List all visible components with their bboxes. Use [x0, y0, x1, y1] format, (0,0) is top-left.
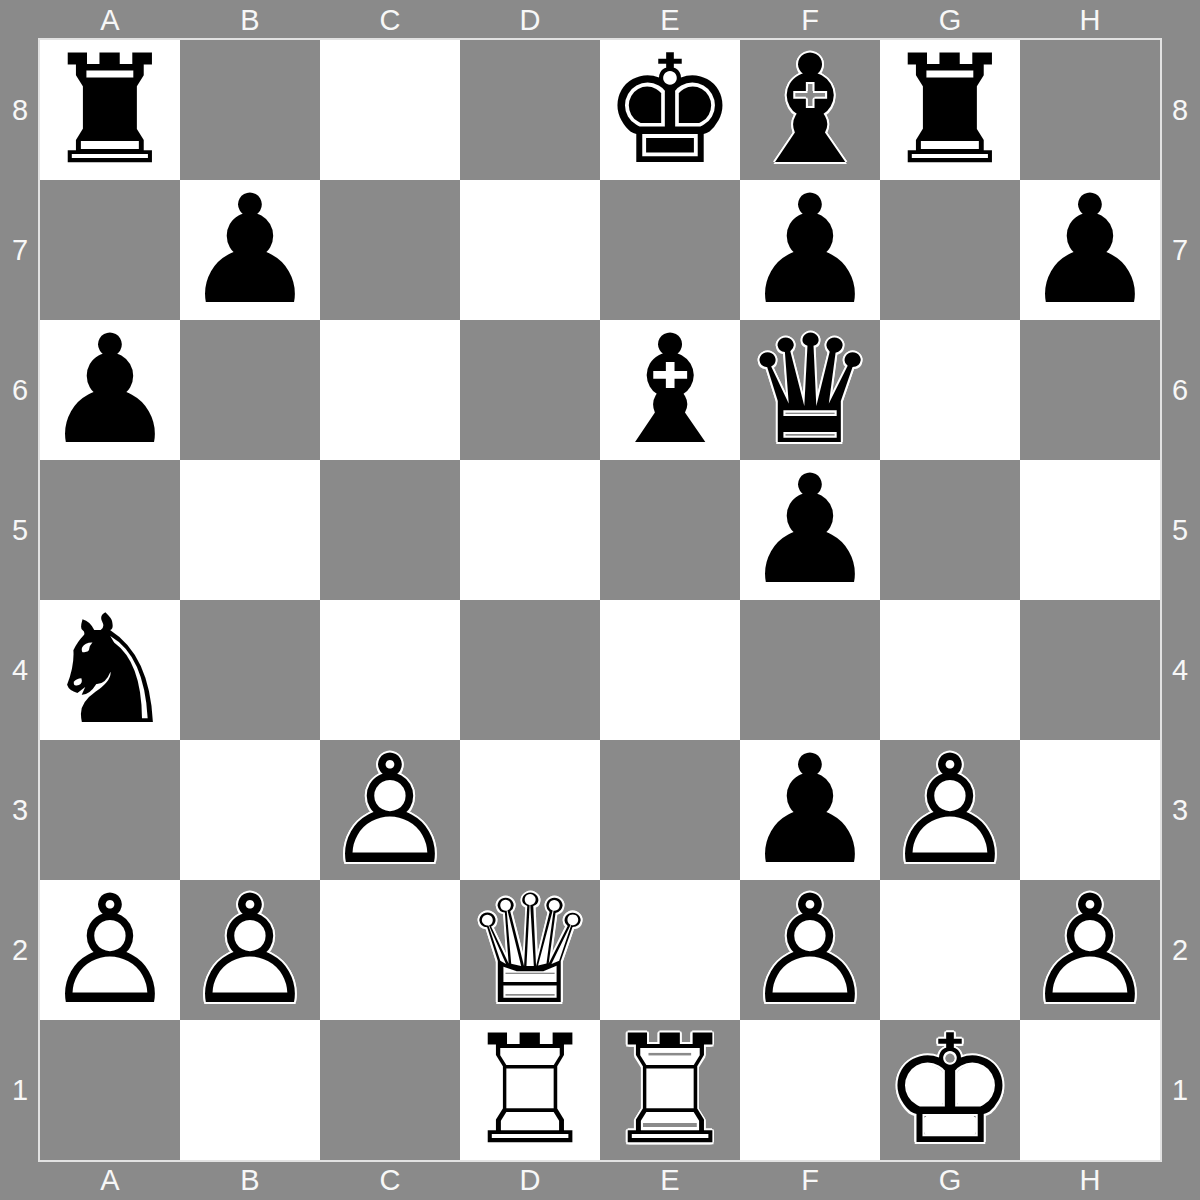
- piece-glyph: ♟: [740, 460, 880, 600]
- piece-glyph: ♙: [180, 880, 320, 1020]
- square-c8[interactable]: [320, 40, 460, 180]
- square-d1[interactable]: ♜♖: [460, 1020, 600, 1160]
- square-b8[interactable]: [180, 40, 320, 180]
- rank-label-5: 5: [1160, 460, 1200, 600]
- square-a4[interactable]: ♞♞: [40, 600, 180, 740]
- square-a8[interactable]: ♜♜: [40, 40, 180, 180]
- piece-black-pawn[interactable]: ♟♟: [740, 740, 880, 880]
- piece-glyph: ♙: [740, 880, 880, 1020]
- square-g6[interactable]: [880, 320, 1020, 460]
- square-d2[interactable]: ♛♕: [460, 880, 600, 1020]
- piece-glyph: ♝: [600, 320, 740, 460]
- square-d3[interactable]: [460, 740, 600, 880]
- square-c1[interactable]: [320, 1020, 460, 1160]
- square-c6[interactable]: [320, 320, 460, 460]
- square-a6[interactable]: ♟♟: [40, 320, 180, 460]
- rank-label-2: 2: [1160, 880, 1200, 1020]
- square-h1[interactable]: [1020, 1020, 1160, 1160]
- rank-label-7: 7: [1160, 180, 1200, 320]
- square-a2[interactable]: ♟♙: [40, 880, 180, 1020]
- file-label-h: H: [1020, 1160, 1160, 1200]
- square-h5[interactable]: [1020, 460, 1160, 600]
- rank-label-5: 5: [0, 460, 40, 600]
- square-f5[interactable]: ♟♟: [740, 460, 880, 600]
- square-c3[interactable]: ♟♙: [320, 740, 460, 880]
- piece-glyph: ♔: [880, 1020, 1020, 1160]
- frame-corner: [0, 1160, 40, 1200]
- file-label-h: H: [1020, 0, 1160, 40]
- piece-black-pawn[interactable]: ♟♟: [740, 460, 880, 600]
- square-g5[interactable]: [880, 460, 1020, 600]
- piece-black-pawn[interactable]: ♟♟: [740, 180, 880, 320]
- piece-glyph: ♙: [1020, 880, 1160, 1020]
- square-b2[interactable]: ♟♙: [180, 880, 320, 1020]
- square-h2[interactable]: ♟♙: [1020, 880, 1160, 1020]
- piece-glyph: ♖: [460, 1020, 600, 1160]
- chess-board: ABCDEFGH8♜♜♚♚♝♝♜♜87♟♟♟♟♟♟76♟♟♝♝♛♛65♟♟54♞…: [0, 0, 1200, 1200]
- piece-black-rook[interactable]: ♜♜: [880, 40, 1020, 180]
- rank-label-8: 8: [0, 40, 40, 180]
- square-g3[interactable]: ♟♙: [880, 740, 1020, 880]
- rank-label-6: 6: [0, 320, 40, 460]
- piece-glyph: ♛: [740, 320, 880, 460]
- piece-glyph: ♟: [40, 320, 180, 460]
- square-e4[interactable]: [600, 600, 740, 740]
- piece-black-bishop[interactable]: ♝♝: [740, 40, 880, 180]
- square-f4[interactable]: [740, 600, 880, 740]
- square-c7[interactable]: [320, 180, 460, 320]
- piece-black-bishop[interactable]: ♝♝: [600, 320, 740, 460]
- square-e2[interactable]: [600, 880, 740, 1020]
- frame-corner: [0, 0, 40, 40]
- square-f2[interactable]: ♟♙: [740, 880, 880, 1020]
- piece-white-pawn[interactable]: ♟♙: [180, 880, 320, 1020]
- square-d4[interactable]: [460, 600, 600, 740]
- square-h8[interactable]: [1020, 40, 1160, 180]
- square-b4[interactable]: [180, 600, 320, 740]
- square-d6[interactable]: [460, 320, 600, 460]
- piece-white-pawn[interactable]: ♟♙: [740, 880, 880, 1020]
- square-g2[interactable]: [880, 880, 1020, 1020]
- piece-white-rook[interactable]: ♜♖: [460, 1020, 600, 1160]
- piece-glyph: ♜: [880, 40, 1020, 180]
- piece-glyph: ♙: [320, 740, 460, 880]
- rank-label-3: 3: [1160, 740, 1200, 880]
- square-g4[interactable]: [880, 600, 1020, 740]
- rank-label-7: 7: [0, 180, 40, 320]
- rank-label-6: 6: [1160, 320, 1200, 460]
- piece-black-queen[interactable]: ♛♛: [740, 320, 880, 460]
- file-label-c: C: [320, 1160, 460, 1200]
- square-g1[interactable]: ♚♔: [880, 1020, 1020, 1160]
- file-label-c: C: [320, 0, 460, 40]
- piece-glyph: ♟: [1020, 180, 1160, 320]
- rank-label-4: 4: [0, 600, 40, 740]
- piece-glyph: ♚: [600, 40, 740, 180]
- square-d8[interactable]: [460, 40, 600, 180]
- square-b7[interactable]: ♟♟: [180, 180, 320, 320]
- square-f7[interactable]: ♟♟: [740, 180, 880, 320]
- square-b6[interactable]: [180, 320, 320, 460]
- frame-corner: [1160, 1160, 1200, 1200]
- piece-white-king[interactable]: ♚♔: [880, 1020, 1020, 1160]
- piece-black-knight[interactable]: ♞♞: [40, 600, 180, 740]
- piece-black-pawn[interactable]: ♟♟: [1020, 180, 1160, 320]
- square-e7[interactable]: [600, 180, 740, 320]
- rank-label-8: 8: [1160, 40, 1200, 180]
- square-h6[interactable]: [1020, 320, 1160, 460]
- square-g7[interactable]: [880, 180, 1020, 320]
- file-label-b: B: [180, 1160, 320, 1200]
- square-h3[interactable]: [1020, 740, 1160, 880]
- square-e5[interactable]: [600, 460, 740, 600]
- square-f1[interactable]: [740, 1020, 880, 1160]
- piece-glyph: ♙: [880, 740, 1020, 880]
- piece-black-pawn[interactable]: ♟♟: [180, 180, 320, 320]
- square-f6[interactable]: ♛♛: [740, 320, 880, 460]
- square-a7[interactable]: [40, 180, 180, 320]
- piece-white-pawn[interactable]: ♟♙: [320, 740, 460, 880]
- square-h4[interactable]: [1020, 600, 1160, 740]
- piece-glyph: ♟: [740, 180, 880, 320]
- piece-glyph: ♖: [600, 1020, 740, 1160]
- piece-glyph: ♕: [460, 880, 600, 1020]
- square-b5[interactable]: [180, 460, 320, 600]
- piece-white-pawn[interactable]: ♟♙: [880, 740, 1020, 880]
- rank-label-1: 1: [0, 1020, 40, 1160]
- square-h7[interactable]: ♟♟: [1020, 180, 1160, 320]
- piece-black-pawn[interactable]: ♟♟: [40, 320, 180, 460]
- square-f8[interactable]: ♝♝: [740, 40, 880, 180]
- square-e1[interactable]: ♜♖: [600, 1020, 740, 1160]
- square-a1[interactable]: [40, 1020, 180, 1160]
- piece-white-rook[interactable]: ♜♖: [600, 1020, 740, 1160]
- square-g8[interactable]: ♜♜: [880, 40, 1020, 180]
- piece-glyph: ♟: [740, 740, 880, 880]
- square-a3[interactable]: [40, 740, 180, 880]
- square-d5[interactable]: [460, 460, 600, 600]
- piece-white-pawn[interactable]: ♟♙: [40, 880, 180, 1020]
- square-e8[interactable]: ♚♚: [600, 40, 740, 180]
- square-b3[interactable]: [180, 740, 320, 880]
- square-c5[interactable]: [320, 460, 460, 600]
- piece-white-queen[interactable]: ♛♕: [460, 880, 600, 1020]
- frame-corner: [1160, 0, 1200, 40]
- file-label-d: D: [460, 0, 600, 40]
- rank-label-3: 3: [0, 740, 40, 880]
- file-label-a: A: [40, 1160, 180, 1200]
- piece-glyph: ♞: [40, 600, 180, 740]
- file-label-b: B: [180, 0, 320, 40]
- piece-glyph: ♙: [40, 880, 180, 1020]
- rank-label-4: 4: [1160, 600, 1200, 740]
- square-d7[interactable]: [460, 180, 600, 320]
- piece-white-pawn[interactable]: ♟♙: [1020, 880, 1160, 1020]
- square-f3[interactable]: ♟♟: [740, 740, 880, 880]
- square-c4[interactable]: [320, 600, 460, 740]
- square-a5[interactable]: [40, 460, 180, 600]
- piece-glyph: ♝: [740, 40, 880, 180]
- file-label-f: F: [740, 1160, 880, 1200]
- square-e3[interactable]: [600, 740, 740, 880]
- piece-glyph: ♟: [180, 180, 320, 320]
- piece-black-rook[interactable]: ♜♜: [40, 40, 180, 180]
- rank-label-1: 1: [1160, 1020, 1200, 1160]
- square-c2[interactable]: [320, 880, 460, 1020]
- rank-label-2: 2: [0, 880, 40, 1020]
- piece-black-king[interactable]: ♚♚: [600, 40, 740, 180]
- piece-glyph: ♜: [40, 40, 180, 180]
- square-e6[interactable]: ♝♝: [600, 320, 740, 460]
- square-b1[interactable]: [180, 1020, 320, 1160]
